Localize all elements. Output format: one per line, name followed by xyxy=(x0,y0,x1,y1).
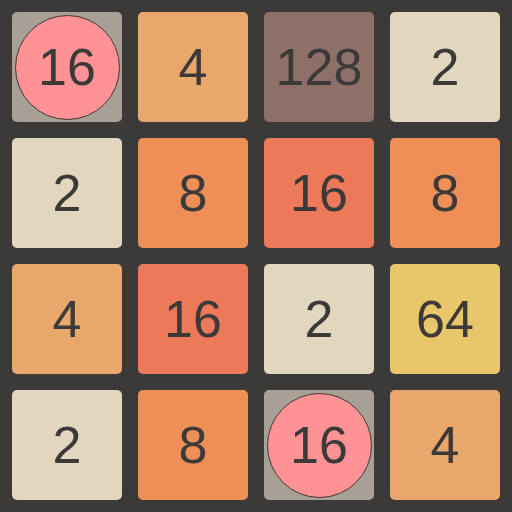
selection-circle: 16 xyxy=(267,393,372,498)
tile-value: 16 xyxy=(290,419,348,471)
tile-r3-c2[interactable]: 16 xyxy=(264,390,374,500)
tile-r0-c1[interactable]: 4 xyxy=(138,12,248,122)
tile-value: 16 xyxy=(38,41,96,93)
tile-value: 2 xyxy=(305,293,334,345)
tile-r2-c2[interactable]: 2 xyxy=(264,264,374,374)
tile-r1-c0[interactable]: 2 xyxy=(12,138,122,248)
tile-r3-c0[interactable]: 2 xyxy=(12,390,122,500)
tile-value: 4 xyxy=(179,41,208,93)
tile-r0-c0[interactable]: 16 xyxy=(12,12,122,122)
tile-value: 16 xyxy=(290,167,348,219)
tile-value: 2 xyxy=(53,419,82,471)
tile-r0-c2[interactable]: 128 xyxy=(264,12,374,122)
tile-value: 4 xyxy=(431,419,460,471)
tile-r2-c3[interactable]: 64 xyxy=(390,264,500,374)
tile-value: 8 xyxy=(431,167,460,219)
tile-value: 64 xyxy=(416,293,474,345)
tile-r1-c1[interactable]: 8 xyxy=(138,138,248,248)
tile-value: 128 xyxy=(276,41,363,93)
selection-circle: 16 xyxy=(15,15,120,120)
tile-r3-c1[interactable]: 8 xyxy=(138,390,248,500)
board-2048: 16412822816841626428164 xyxy=(0,0,512,512)
tile-r0-c3[interactable]: 2 xyxy=(390,12,500,122)
tile-r2-c1[interactable]: 16 xyxy=(138,264,248,374)
tile-value: 16 xyxy=(164,293,222,345)
tile-r1-c2[interactable]: 16 xyxy=(264,138,374,248)
tile-value: 8 xyxy=(179,419,208,471)
tile-r3-c3[interactable]: 4 xyxy=(390,390,500,500)
tile-value: 2 xyxy=(53,167,82,219)
tile-r2-c0[interactable]: 4 xyxy=(12,264,122,374)
tile-value: 4 xyxy=(53,293,82,345)
tile-r1-c3[interactable]: 8 xyxy=(390,138,500,248)
tile-value: 8 xyxy=(179,167,208,219)
tile-value: 2 xyxy=(431,41,460,93)
